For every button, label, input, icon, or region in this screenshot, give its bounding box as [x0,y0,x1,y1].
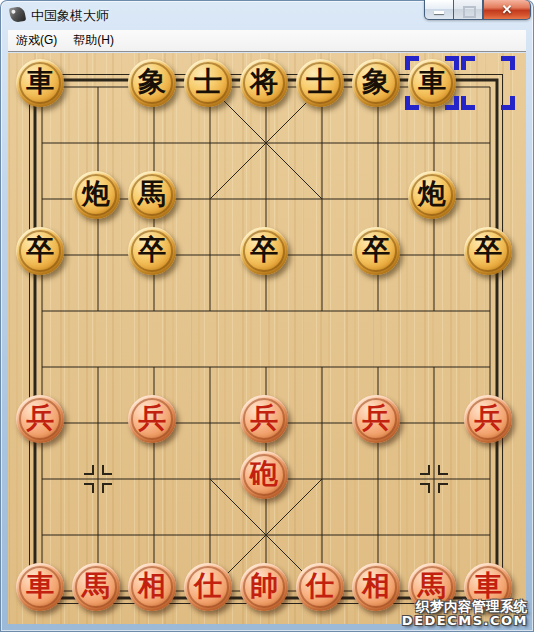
piece-black-soldier-1[interactable]: 卒 [16,227,64,275]
piece-glyph: 車 [418,68,446,96]
piece-glyph: 車 [26,68,54,96]
piece-black-advisor-left[interactable]: 士 [184,59,232,107]
piece-black-chariot-left[interactable]: 車 [16,59,64,107]
piece-red-horse-right[interactable]: 馬 [408,563,456,611]
piece-black-elephant-right[interactable]: 象 [352,59,400,107]
pieces-layer: 車象士将士象車炮馬炮卒卒卒卒卒兵兵兵兵兵砲車馬相仕帥仕相馬車 [8,53,526,624]
piece-red-soldier-1[interactable]: 兵 [16,395,64,443]
piece-glyph: 卒 [474,236,502,264]
window-title: 中国象棋大师 [31,7,109,25]
title-bar[interactable]: 中国象棋大师 ✕ [0,0,534,30]
piece-glyph: 卒 [138,236,166,264]
piece-red-advisor-right[interactable]: 仕 [296,563,344,611]
piece-black-chariot-right[interactable]: 車 [408,59,456,107]
piece-glyph: 卒 [26,236,54,264]
piece-black-general[interactable]: 将 [240,59,288,107]
piece-red-chariot-right[interactable]: 車 [464,563,512,611]
piece-black-advisor-right[interactable]: 士 [296,59,344,107]
piece-glyph: 車 [26,572,54,600]
piece-glyph: 兵 [474,404,502,432]
piece-glyph: 兵 [250,404,278,432]
piece-glyph: 帥 [250,572,278,600]
piece-black-elephant-left[interactable]: 象 [128,59,176,107]
piece-glyph: 卒 [250,236,278,264]
xiangqi-board[interactable]: 車象士将士象車炮馬炮卒卒卒卒卒兵兵兵兵兵砲車馬相仕帥仕相馬車 [8,53,526,624]
piece-red-soldier-5[interactable]: 兵 [464,395,512,443]
piece-red-soldier-3[interactable]: 兵 [240,395,288,443]
piece-red-horse-left[interactable]: 馬 [72,563,120,611]
app-icon [9,6,26,23]
piece-red-elephant-left[interactable]: 相 [128,563,176,611]
app-window: 中国象棋大师 ✕ 游戏(G) 帮助(H) [0,0,534,632]
close-button[interactable]: ✕ [483,0,531,20]
piece-black-soldier-3[interactable]: 卒 [240,227,288,275]
piece-glyph: 相 [138,572,166,600]
piece-black-soldier-5[interactable]: 卒 [464,227,512,275]
piece-red-soldier-4[interactable]: 兵 [352,395,400,443]
piece-glyph: 馬 [138,180,166,208]
menu-item-help[interactable]: 帮助(H) [65,29,122,52]
menu-bar: 游戏(G) 帮助(H) [8,30,526,52]
piece-glyph: 士 [194,68,222,96]
menu-item-game[interactable]: 游戏(G) [8,29,65,52]
piece-black-soldier-2[interactable]: 卒 [128,227,176,275]
maximize-icon [463,6,476,18]
piece-glyph: 砲 [250,460,278,488]
piece-glyph: 兵 [138,404,166,432]
piece-black-horse[interactable]: 馬 [128,171,176,219]
piece-glyph: 馬 [418,572,446,600]
piece-red-chariot-left[interactable]: 車 [16,563,64,611]
piece-glyph: 象 [138,68,166,96]
piece-red-general[interactable]: 帥 [240,563,288,611]
close-icon: ✕ [484,2,530,17]
piece-glyph: 車 [474,572,502,600]
piece-glyph: 馬 [82,572,110,600]
piece-red-elephant-right[interactable]: 相 [352,563,400,611]
piece-glyph: 相 [362,572,390,600]
maximize-button[interactable] [454,0,483,20]
minimize-button[interactable] [424,0,454,20]
piece-black-soldier-4[interactable]: 卒 [352,227,400,275]
caption-buttons: ✕ [424,0,531,20]
piece-glyph: 炮 [418,180,446,208]
piece-black-cannon-left[interactable]: 炮 [72,171,120,219]
piece-black-cannon-right[interactable]: 炮 [408,171,456,219]
minimize-icon [434,11,444,14]
piece-glyph: 兵 [26,404,54,432]
piece-glyph: 士 [306,68,334,96]
piece-red-soldier-2[interactable]: 兵 [128,395,176,443]
piece-glyph: 仕 [194,572,222,600]
piece-glyph: 象 [362,68,390,96]
piece-red-cannon[interactable]: 砲 [240,451,288,499]
piece-glyph: 兵 [362,404,390,432]
piece-glyph: 将 [250,68,278,96]
piece-glyph: 仕 [306,572,334,600]
piece-red-advisor-left[interactable]: 仕 [184,563,232,611]
piece-glyph: 卒 [362,236,390,264]
piece-glyph: 炮 [82,180,110,208]
